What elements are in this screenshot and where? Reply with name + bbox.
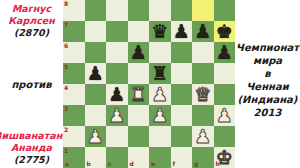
square-h8[interactable] [214, 0, 236, 21]
square-a1[interactable]: 1a [63, 147, 85, 168]
white-rook-d4: ♜ [130, 84, 147, 105]
page: Магнус Карлсен (2870) против Вишванатана… [0, 0, 300, 168]
square-c5[interactable] [106, 63, 128, 84]
event-line-5: (Индиана) [238, 93, 298, 106]
square-b2[interactable]: ♟ [85, 126, 107, 147]
file-label-b: b [87, 161, 91, 167]
square-g7[interactable]: ♟ [192, 21, 214, 42]
square-h3[interactable]: ♟ [214, 105, 236, 126]
square-b8[interactable] [85, 0, 107, 21]
white-player-name-line1: Магнус [8, 3, 55, 15]
square-d8[interactable] [128, 0, 150, 21]
square-c6[interactable] [106, 42, 128, 63]
square-e3[interactable]: ♟ [149, 105, 171, 126]
square-h5[interactable] [214, 63, 236, 84]
white-pawn-e4: ♟ [151, 84, 168, 105]
square-d2[interactable] [128, 126, 150, 147]
square-f3[interactable] [171, 105, 193, 126]
rank-label-5: 5 [64, 64, 68, 70]
square-g3[interactable] [192, 105, 214, 126]
file-label-g: g [194, 161, 198, 167]
black-queen-e7: ♛ [151, 21, 168, 42]
square-a4[interactable]: 4 [63, 84, 85, 105]
square-a5[interactable]: 5 [63, 63, 85, 84]
square-h2[interactable] [214, 126, 236, 147]
player-black: Вишванатана Ананда (2775) [0, 130, 69, 166]
square-g5[interactable] [192, 63, 214, 84]
rank-label-6: 6 [64, 43, 68, 49]
right-panel: Чемпионат мира в Ченнаи (Индиана) 2013 [235, 0, 300, 168]
black-rook-e5: ♜ [151, 63, 168, 84]
white-pawn-b2: ♟ [87, 126, 104, 147]
square-d5[interactable] [128, 63, 150, 84]
black-pawn-g7: ♟ [194, 21, 211, 42]
square-a7[interactable]: 7 [63, 21, 85, 42]
black-pawn-d6: ♟ [130, 42, 147, 63]
square-g1[interactable]: g [192, 147, 214, 168]
square-b6[interactable] [85, 42, 107, 63]
square-h7[interactable]: ♚ [214, 21, 236, 42]
rank-label-7: 7 [64, 22, 68, 28]
square-e1[interactable]: e [149, 147, 171, 168]
event-line-2: мира [253, 54, 282, 67]
square-d4[interactable]: ♜ [128, 84, 150, 105]
square-c7[interactable] [106, 21, 128, 42]
event-line-4: Ченнаи [246, 80, 288, 93]
white-pawn-c3: ♟ [108, 105, 125, 126]
black-king-h7: ♚ [216, 21, 233, 42]
square-c3[interactable]: ♟ [106, 105, 128, 126]
square-b4[interactable] [85, 84, 107, 105]
event-line-6: 2013 [254, 106, 282, 119]
file-label-c: c [108, 161, 112, 167]
square-f6[interactable] [171, 42, 193, 63]
square-h6[interactable]: ♟ [214, 42, 236, 63]
file-label-h: h [216, 161, 220, 167]
square-h4[interactable] [214, 84, 236, 105]
left-panel: Магнус Карлсен (2870) против Вишванатана… [0, 0, 63, 168]
square-e8[interactable] [149, 0, 171, 21]
white-pawn-g2: ♟ [194, 126, 211, 147]
square-f8[interactable] [171, 0, 193, 21]
rank-label-1: 1 [64, 148, 68, 154]
player-white: Магнус Карлсен (2870) [8, 3, 55, 39]
black-pawn-b5: ♟ [87, 63, 104, 84]
square-c4[interactable]: ♟ [106, 84, 128, 105]
square-d1[interactable]: d [128, 147, 150, 168]
square-b7[interactable] [85, 21, 107, 42]
white-pawn-h3: ♟ [216, 105, 233, 126]
rank-label-8: 8 [64, 1, 68, 7]
rank-label-2: 2 [64, 127, 68, 133]
white-queen-g4: ♛ [194, 84, 211, 105]
square-g4[interactable]: ♛ [192, 84, 214, 105]
chess-board: 87♛♟♟♚6♟♟5♟♜4♟♜♟♛3♟♟♟2♟♟1abcdefgh♚ [63, 0, 235, 168]
black-player-name-line2: Ананда [0, 142, 69, 154]
file-label-a: a [65, 161, 69, 167]
square-f7[interactable]: ♟ [171, 21, 193, 42]
black-player-name-line1: Вишванатана [0, 130, 69, 142]
square-h1[interactable]: h♚ [214, 147, 236, 168]
square-d7[interactable] [128, 21, 150, 42]
square-d6[interactable]: ♟ [128, 42, 150, 63]
square-g2[interactable]: ♟ [192, 126, 214, 147]
square-b5[interactable]: ♟ [85, 63, 107, 84]
square-d3[interactable] [128, 105, 150, 126]
square-e4[interactable]: ♟ [149, 84, 171, 105]
square-g8[interactable] [192, 0, 214, 21]
event-line-1: Чемпионат [236, 41, 299, 54]
square-f1[interactable]: f [171, 147, 193, 168]
black-pawn-h6: ♟ [216, 42, 233, 63]
versus-label: против [11, 79, 51, 90]
black-player-rating: (2775) [0, 154, 69, 166]
square-b1[interactable]: b [85, 147, 107, 168]
square-e7[interactable]: ♛ [149, 21, 171, 42]
square-c8[interactable] [106, 0, 128, 21]
event-line-3: в [264, 67, 270, 80]
rank-label-3: 3 [64, 106, 68, 112]
square-a8[interactable]: 8 [63, 0, 85, 21]
white-pawn-e3: ♟ [151, 105, 168, 126]
square-e6[interactable] [149, 42, 171, 63]
white-player-rating: (2870) [8, 27, 55, 39]
square-g6[interactable] [192, 42, 214, 63]
square-c1[interactable]: c [106, 147, 128, 168]
square-f4[interactable] [171, 84, 193, 105]
file-label-d: d [130, 161, 134, 167]
black-pawn-c4: ♟ [108, 84, 125, 105]
square-f2[interactable] [171, 126, 193, 147]
square-e2[interactable] [149, 126, 171, 147]
file-label-e: e [151, 161, 155, 167]
square-e5[interactable]: ♜ [149, 63, 171, 84]
square-b3[interactable] [85, 105, 107, 126]
file-label-f: f [173, 161, 176, 167]
square-a2[interactable]: 2 [63, 126, 85, 147]
square-a6[interactable]: 6 [63, 42, 85, 63]
square-a3[interactable]: 3 [63, 105, 85, 126]
white-player-name-line2: Карлсен [8, 15, 55, 27]
rank-label-4: 4 [64, 85, 68, 91]
square-f5[interactable] [171, 63, 193, 84]
square-c2[interactable] [106, 126, 128, 147]
black-pawn-f7: ♟ [173, 21, 190, 42]
